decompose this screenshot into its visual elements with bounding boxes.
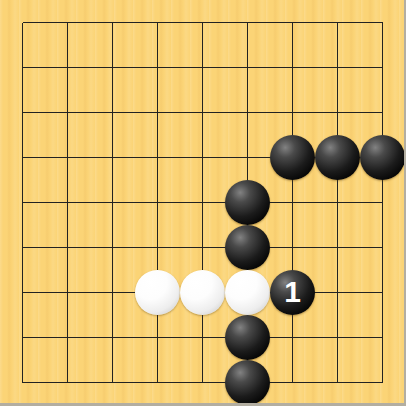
board-intersection[interactable] <box>90 315 135 360</box>
board-intersection[interactable] <box>360 180 405 225</box>
board-intersection[interactable] <box>360 360 405 405</box>
board-intersection[interactable] <box>360 270 405 315</box>
board-intersection[interactable] <box>225 315 270 360</box>
board-intersection[interactable] <box>135 315 180 360</box>
board-intersection[interactable] <box>180 225 225 270</box>
board-intersection[interactable] <box>180 360 225 405</box>
black-stone <box>270 135 315 180</box>
board-intersection[interactable] <box>360 315 405 360</box>
board-intersection[interactable] <box>360 45 405 90</box>
board-intersection[interactable] <box>270 0 315 45</box>
black-stone <box>225 225 270 270</box>
board-intersection[interactable] <box>225 225 270 270</box>
board-intersection[interactable] <box>270 360 315 405</box>
board-intersection[interactable] <box>180 45 225 90</box>
board-intersection[interactable] <box>270 180 315 225</box>
board-intersection[interactable] <box>90 90 135 135</box>
board-intersection[interactable] <box>0 135 45 180</box>
board-intersection[interactable] <box>360 90 405 135</box>
board-intersection[interactable] <box>180 315 225 360</box>
board-intersection[interactable] <box>45 270 90 315</box>
board-intersection[interactable] <box>315 0 360 45</box>
board-intersection[interactable] <box>270 90 315 135</box>
board-intersection[interactable] <box>135 135 180 180</box>
black-stone <box>225 315 270 360</box>
board-intersection[interactable] <box>225 270 270 315</box>
board-intersection[interactable] <box>135 225 180 270</box>
board-intersection[interactable] <box>135 90 180 135</box>
board-intersection[interactable] <box>225 135 270 180</box>
board-intersection[interactable] <box>315 225 360 270</box>
black-stone <box>225 360 270 405</box>
board-intersection[interactable] <box>180 180 225 225</box>
board-intersection[interactable] <box>270 45 315 90</box>
board-intersection[interactable] <box>90 225 135 270</box>
board-intersection[interactable] <box>0 225 45 270</box>
board-intersection[interactable] <box>90 0 135 45</box>
board-intersection[interactable] <box>45 45 90 90</box>
board-intersection[interactable] <box>225 180 270 225</box>
board-intersection[interactable] <box>135 0 180 45</box>
board-intersection[interactable] <box>270 225 315 270</box>
go-board: 1 <box>0 0 405 405</box>
board-intersection[interactable] <box>180 0 225 45</box>
board-intersection[interactable] <box>45 0 90 45</box>
board-intersection[interactable] <box>135 180 180 225</box>
board-intersection[interactable] <box>0 0 45 45</box>
move-number-label: 1 <box>284 277 301 307</box>
board-intersection[interactable] <box>90 270 135 315</box>
board-intersection[interactable] <box>180 90 225 135</box>
board-intersection[interactable] <box>315 315 360 360</box>
white-stone <box>135 270 180 315</box>
board-intersection[interactable] <box>45 225 90 270</box>
board-intersection[interactable] <box>180 270 225 315</box>
board-intersection[interactable] <box>135 270 180 315</box>
board-intersection[interactable] <box>45 315 90 360</box>
board-intersection[interactable] <box>315 270 360 315</box>
board-intersection[interactable] <box>0 270 45 315</box>
black-stone <box>225 180 270 225</box>
board-intersection[interactable] <box>0 45 45 90</box>
board-intersection[interactable] <box>0 90 45 135</box>
board-intersection[interactable] <box>360 0 405 45</box>
board-intersection[interactable] <box>225 360 270 405</box>
board-intersection[interactable] <box>0 360 45 405</box>
board-intersection[interactable] <box>0 180 45 225</box>
board-intersection[interactable] <box>315 90 360 135</box>
board-intersection[interactable] <box>270 135 315 180</box>
board-intersection[interactable] <box>360 135 405 180</box>
board-intersection[interactable] <box>45 360 90 405</box>
board-intersection[interactable] <box>135 45 180 90</box>
board-intersection[interactable] <box>45 180 90 225</box>
board-intersection[interactable] <box>225 90 270 135</box>
black-stone <box>315 135 360 180</box>
board-intersection[interactable] <box>315 135 360 180</box>
board-intersection[interactable] <box>90 135 135 180</box>
go-board-diagram: 1 <box>0 0 406 406</box>
board-intersection[interactable] <box>315 180 360 225</box>
white-stone <box>180 270 225 315</box>
board-intersection[interactable] <box>315 45 360 90</box>
white-stone <box>225 270 270 315</box>
board-intersection[interactable] <box>135 360 180 405</box>
board-intersection[interactable] <box>45 135 90 180</box>
board-intersection[interactable] <box>180 135 225 180</box>
black-stone <box>360 135 405 180</box>
black-stone: 1 <box>270 270 315 315</box>
board-intersection[interactable] <box>90 180 135 225</box>
board-intersection[interactable] <box>90 360 135 405</box>
board-intersection[interactable] <box>270 315 315 360</box>
board-intersection[interactable]: 1 <box>270 270 315 315</box>
board-intersection[interactable] <box>360 225 405 270</box>
board-intersection[interactable] <box>225 0 270 45</box>
board-intersection[interactable] <box>90 45 135 90</box>
board-intersection[interactable] <box>0 315 45 360</box>
board-intersection[interactable] <box>225 45 270 90</box>
board-intersection[interactable] <box>315 360 360 405</box>
board-intersection[interactable] <box>45 90 90 135</box>
